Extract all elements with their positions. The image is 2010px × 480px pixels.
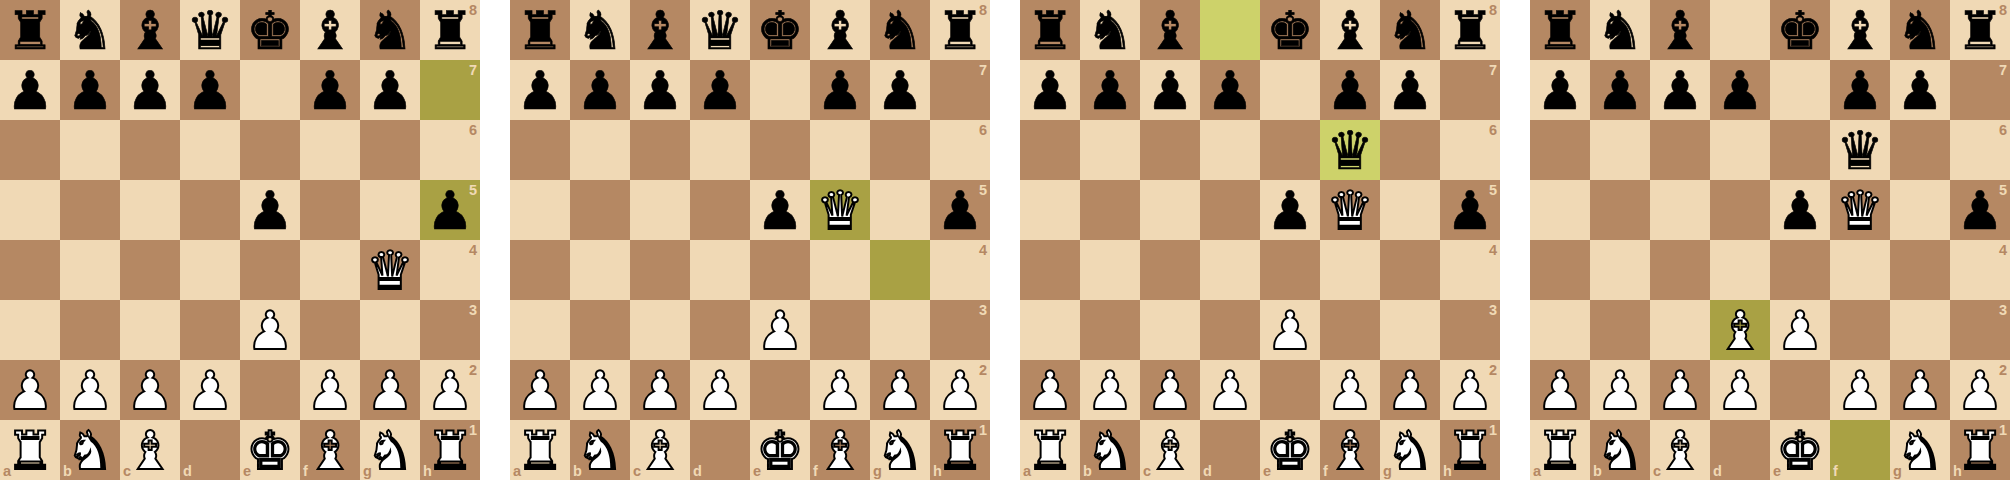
file-label-a: a: [1533, 464, 1541, 479]
square-a7: ♟: [1530, 60, 1590, 120]
square-d8: ♛: [180, 0, 240, 60]
square-b1: ♞b: [60, 420, 120, 480]
white-king: ♚: [1266, 424, 1314, 477]
square-d1: d: [690, 420, 750, 480]
black-pawn: ♟: [366, 64, 414, 117]
square-e1: ♚e: [240, 420, 300, 480]
rank-label-1: 1: [979, 423, 987, 438]
rank-label-1: 1: [1489, 423, 1497, 438]
white-king: ♚: [246, 424, 294, 477]
square-a1: ♜a: [510, 420, 570, 480]
file-label-e: e: [1263, 464, 1271, 479]
square-h2: ♟2: [930, 360, 990, 420]
square-c6: [120, 120, 180, 180]
chess-board-3: ♜♞♝♚♝♞♜8♟♟♟♟♟♟7♛6♟♛♟54♟3♟♟♟♟♟♟♟2♜a♞b♝cd♚…: [1020, 0, 1500, 480]
file-label-d: d: [693, 464, 702, 479]
square-f6: [810, 120, 870, 180]
rank-label-2: 2: [979, 363, 987, 378]
black-pawn: ♟: [1776, 184, 1824, 237]
rank-label-2: 2: [469, 363, 477, 378]
white-knight: ♞: [366, 424, 414, 477]
square-b8: ♞: [1590, 0, 1650, 60]
white-queen: ♛: [1836, 184, 1884, 237]
black-pawn: ♟: [1446, 184, 1494, 237]
black-rook: ♜: [516, 4, 564, 57]
black-pawn: ♟: [1026, 64, 1074, 117]
square-f4: [810, 240, 870, 300]
square-a4: [510, 240, 570, 300]
square-f8: ♝: [1830, 0, 1890, 60]
rank-label-4: 4: [469, 243, 477, 258]
file-label-e: e: [243, 464, 251, 479]
rank-label-5: 5: [1999, 183, 2007, 198]
black-rook: ♜: [1536, 4, 1584, 57]
black-pawn: ♟: [696, 64, 744, 117]
square-c4: [1650, 240, 1710, 300]
black-queen: ♛: [696, 4, 744, 57]
square-d8: [1710, 0, 1770, 60]
square-a1: ♜a: [0, 420, 60, 480]
square-b3: [1590, 300, 1650, 360]
black-bishop: ♝: [1656, 4, 1704, 57]
white-pawn: ♟: [1536, 364, 1584, 417]
black-rook: ♜: [1026, 4, 1074, 57]
rank-label-8: 8: [469, 3, 477, 18]
square-a4: [1020, 240, 1080, 300]
square-e7: [1770, 60, 1830, 120]
square-f5: ♛: [1830, 180, 1890, 240]
file-label-c: c: [633, 464, 641, 479]
rank-label-8: 8: [1489, 3, 1497, 18]
square-b3: [1080, 300, 1140, 360]
square-e7: [1260, 60, 1320, 120]
square-g2: ♟: [1890, 360, 1950, 420]
square-h1: ♜h1: [1440, 420, 1500, 480]
white-pawn: ♟: [306, 364, 354, 417]
black-pawn: ♟: [876, 64, 924, 117]
square-f7: ♟: [300, 60, 360, 120]
square-e4: [240, 240, 300, 300]
square-f1: f: [1830, 420, 1890, 480]
square-e7: [750, 60, 810, 120]
black-rook: ♜: [936, 4, 984, 57]
square-f3: [810, 300, 870, 360]
square-h6: 6: [1950, 120, 2010, 180]
square-b8: ♞: [570, 0, 630, 60]
square-a3: [1020, 300, 1080, 360]
file-label-e: e: [753, 464, 761, 479]
square-c4: [1140, 240, 1200, 300]
black-pawn: ♟: [246, 184, 294, 237]
white-pawn: ♟: [1326, 364, 1374, 417]
square-h3: 3: [1440, 300, 1500, 360]
square-h3: 3: [420, 300, 480, 360]
file-label-a: a: [1023, 464, 1031, 479]
square-b6: [570, 120, 630, 180]
square-f7: ♟: [1320, 60, 1380, 120]
square-b7: ♟: [570, 60, 630, 120]
square-f7: ♟: [810, 60, 870, 120]
square-a5: [1020, 180, 1080, 240]
white-pawn: ♟: [1386, 364, 1434, 417]
black-pawn: ♟: [306, 64, 354, 117]
black-bishop: ♝: [1836, 4, 1884, 57]
square-d8: [1200, 0, 1260, 60]
white-knight: ♞: [1086, 424, 1134, 477]
black-pawn: ♟: [516, 64, 564, 117]
white-pawn: ♟: [1146, 364, 1194, 417]
square-d3: [1200, 300, 1260, 360]
square-b7: ♟: [1080, 60, 1140, 120]
square-h8: ♜8: [930, 0, 990, 60]
square-a1: ♜a: [1020, 420, 1080, 480]
square-g3: [870, 300, 930, 360]
square-c8: ♝: [1140, 0, 1200, 60]
square-c6: [630, 120, 690, 180]
square-g4: [1890, 240, 1950, 300]
square-g8: ♞: [870, 0, 930, 60]
square-h6: 6: [1440, 120, 1500, 180]
white-pawn: ♟: [126, 364, 174, 417]
black-queen: ♛: [1326, 124, 1374, 177]
square-e3: ♟: [240, 300, 300, 360]
square-a3: [1530, 300, 1590, 360]
square-c6: [1650, 120, 1710, 180]
square-g6: [1890, 120, 1950, 180]
black-pawn: ♟: [1266, 184, 1314, 237]
black-rook: ♜: [426, 4, 474, 57]
black-bishop: ♝: [816, 4, 864, 57]
square-b5: [1080, 180, 1140, 240]
square-a8: ♜: [0, 0, 60, 60]
white-rook: ♜: [1026, 424, 1074, 477]
square-f4: [300, 240, 360, 300]
square-g3: [1380, 300, 1440, 360]
square-a2: ♟: [1020, 360, 1080, 420]
file-label-h: h: [1953, 464, 1962, 479]
square-d1: d: [1200, 420, 1260, 480]
square-a1: ♜a: [1530, 420, 1590, 480]
square-e3: ♟: [1260, 300, 1320, 360]
rank-label-3: 3: [1999, 303, 2007, 318]
white-pawn: ♟: [1266, 304, 1314, 357]
square-b4: [570, 240, 630, 300]
black-pawn: ♟: [816, 64, 864, 117]
rank-label-3: 3: [469, 303, 477, 318]
square-f5: ♛: [1320, 180, 1380, 240]
square-g3: [360, 300, 420, 360]
file-label-b: b: [1593, 464, 1602, 479]
square-b3: [60, 300, 120, 360]
square-b2: ♟: [60, 360, 120, 420]
square-g1: ♞g: [1890, 420, 1950, 480]
square-b2: ♟: [1590, 360, 1650, 420]
square-f3: [1320, 300, 1380, 360]
square-g6: [360, 120, 420, 180]
square-a6: [1020, 120, 1080, 180]
square-d6: [1200, 120, 1260, 180]
file-label-g: g: [1893, 464, 1902, 479]
rank-label-1: 1: [1999, 423, 2007, 438]
square-d4: [1200, 240, 1260, 300]
square-c1: ♝c: [630, 420, 690, 480]
square-g5: [1380, 180, 1440, 240]
square-e2: [1260, 360, 1320, 420]
black-pawn: ♟: [1536, 64, 1584, 117]
square-e6: [1260, 120, 1320, 180]
white-king: ♚: [1776, 424, 1824, 477]
square-b2: ♟: [570, 360, 630, 420]
square-h4: 4: [1440, 240, 1500, 300]
square-e1: ♚e: [1260, 420, 1320, 480]
white-knight: ♞: [66, 424, 114, 477]
file-label-h: h: [423, 464, 432, 479]
black-rook: ♜: [6, 4, 54, 57]
square-a2: ♟: [0, 360, 60, 420]
square-f5: ♛: [810, 180, 870, 240]
square-f8: ♝: [300, 0, 360, 60]
square-g8: ♞: [1380, 0, 1440, 60]
square-b4: [60, 240, 120, 300]
rank-label-5: 5: [1489, 183, 1497, 198]
square-f2: ♟: [810, 360, 870, 420]
square-c6: [1140, 120, 1200, 180]
square-c3: [630, 300, 690, 360]
square-f4: [1830, 240, 1890, 300]
square-f8: ♝: [1320, 0, 1380, 60]
white-pawn: ♟: [1086, 364, 1134, 417]
rank-label-7: 7: [979, 63, 987, 78]
square-d4: [1710, 240, 1770, 300]
white-bishop: ♝: [126, 424, 174, 477]
white-knight: ♞: [1386, 424, 1434, 477]
square-h8: ♜8: [420, 0, 480, 60]
rank-label-4: 4: [1999, 243, 2007, 258]
white-queen: ♛: [816, 184, 864, 237]
square-g8: ♞: [360, 0, 420, 60]
square-g8: ♞: [1890, 0, 1950, 60]
rank-label-6: 6: [469, 123, 477, 138]
square-a6: [0, 120, 60, 180]
square-e5: ♟: [1260, 180, 1320, 240]
white-pawn: ♟: [1206, 364, 1254, 417]
white-pawn: ♟: [636, 364, 684, 417]
black-knight: ♞: [1896, 4, 1944, 57]
square-f2: ♟: [1830, 360, 1890, 420]
square-b3: [570, 300, 630, 360]
square-g7: ♟: [870, 60, 930, 120]
square-f1: ♝f: [300, 420, 360, 480]
file-label-c: c: [123, 464, 131, 479]
square-a4: [1530, 240, 1590, 300]
white-pawn: ♟: [1656, 364, 1704, 417]
square-d7: ♟: [690, 60, 750, 120]
square-e8: ♚: [240, 0, 300, 60]
file-label-h: h: [1443, 464, 1452, 479]
rank-label-3: 3: [1489, 303, 1497, 318]
square-c8: ♝: [1650, 0, 1710, 60]
square-g3: [1890, 300, 1950, 360]
black-pawn: ♟: [126, 64, 174, 117]
white-bishop: ♝: [1146, 424, 1194, 477]
square-b1: ♞b: [1080, 420, 1140, 480]
white-bishop: ♝: [1326, 424, 1374, 477]
square-h8: ♜8: [1440, 0, 1500, 60]
square-b5: [1590, 180, 1650, 240]
square-d7: ♟: [180, 60, 240, 120]
black-pawn: ♟: [1836, 64, 1884, 117]
black-knight: ♞: [1386, 4, 1434, 57]
black-knight: ♞: [576, 4, 624, 57]
square-d1: d: [180, 420, 240, 480]
square-c7: ♟: [120, 60, 180, 120]
square-a6: [510, 120, 570, 180]
square-a3: [510, 300, 570, 360]
square-b6: [60, 120, 120, 180]
black-knight: ♞: [1086, 4, 1134, 57]
square-h5: ♟5: [930, 180, 990, 240]
square-a3: [0, 300, 60, 360]
square-f5: [300, 180, 360, 240]
square-b6: [1080, 120, 1140, 180]
black-pawn: ♟: [1716, 64, 1764, 117]
file-label-c: c: [1143, 464, 1151, 479]
black-knight: ♞: [366, 4, 414, 57]
white-pawn: ♟: [66, 364, 114, 417]
black-pawn: ♟: [1326, 64, 1374, 117]
file-label-b: b: [1083, 464, 1092, 479]
square-d2: ♟: [690, 360, 750, 420]
file-label-f: f: [303, 464, 308, 479]
square-h1: ♜h1: [930, 420, 990, 480]
square-h7: 7: [420, 60, 480, 120]
square-h7: 7: [1950, 60, 2010, 120]
black-pawn: ♟: [1896, 64, 1944, 117]
white-rook: ♜: [1956, 424, 2004, 477]
square-a8: ♜: [1020, 0, 1080, 60]
white-knight: ♞: [1596, 424, 1644, 477]
white-pawn: ♟: [1776, 304, 1824, 357]
square-b5: [570, 180, 630, 240]
black-bishop: ♝: [1326, 4, 1374, 57]
square-e4: [750, 240, 810, 300]
rank-label-4: 4: [979, 243, 987, 258]
square-f3: [1830, 300, 1890, 360]
square-e5: ♟: [750, 180, 810, 240]
white-pawn: ♟: [936, 364, 984, 417]
square-c3: [1140, 300, 1200, 360]
black-pawn: ♟: [1956, 184, 2004, 237]
black-bishop: ♝: [636, 4, 684, 57]
square-g7: ♟: [1890, 60, 1950, 120]
square-c7: ♟: [1140, 60, 1200, 120]
square-a2: ♟: [510, 360, 570, 420]
square-g7: ♟: [360, 60, 420, 120]
square-c2: ♟: [1650, 360, 1710, 420]
square-d4: [180, 240, 240, 300]
square-c5: [120, 180, 180, 240]
file-label-g: g: [1383, 464, 1392, 479]
square-c5: [1140, 180, 1200, 240]
black-pawn: ♟: [1146, 64, 1194, 117]
square-f6: ♛: [1320, 120, 1380, 180]
square-g2: ♟: [360, 360, 420, 420]
black-bishop: ♝: [126, 4, 174, 57]
square-f6: [300, 120, 360, 180]
square-a6: [1530, 120, 1590, 180]
rank-label-2: 2: [1489, 363, 1497, 378]
square-f4: [1320, 240, 1380, 300]
black-knight: ♞: [1596, 4, 1644, 57]
square-g7: ♟: [1380, 60, 1440, 120]
square-c2: ♟: [1140, 360, 1200, 420]
square-b1: ♞b: [1590, 420, 1650, 480]
square-e3: ♟: [750, 300, 810, 360]
black-pawn: ♟: [1086, 64, 1134, 117]
white-pawn: ♟: [1446, 364, 1494, 417]
white-pawn: ♟: [876, 364, 924, 417]
square-a8: ♜: [510, 0, 570, 60]
file-label-f: f: [1833, 464, 1838, 479]
square-d5: [180, 180, 240, 240]
rank-label-6: 6: [1489, 123, 1497, 138]
square-c4: [120, 240, 180, 300]
black-pawn: ♟: [576, 64, 624, 117]
square-g1: ♞g: [1380, 420, 1440, 480]
square-d6: [690, 120, 750, 180]
square-a2: ♟: [1530, 360, 1590, 420]
square-c1: ♝c: [1140, 420, 1200, 480]
square-e2: [750, 360, 810, 420]
square-h3: 3: [930, 300, 990, 360]
square-g2: ♟: [1380, 360, 1440, 420]
square-h4: 4: [1950, 240, 2010, 300]
square-e1: ♚e: [750, 420, 810, 480]
chess-board-1: ♜♞♝♛♚♝♞♜8♟♟♟♟♟♟76♟♟5♛4♟3♟♟♟♟♟♟♟2♜a♞b♝cd♚…: [0, 0, 480, 480]
square-d5: [1710, 180, 1770, 240]
square-b2: ♟: [1080, 360, 1140, 420]
white-pawn: ♟: [816, 364, 864, 417]
square-a7: ♟: [510, 60, 570, 120]
black-king: ♚: [1776, 4, 1824, 57]
square-c7: ♟: [1650, 60, 1710, 120]
rank-label-8: 8: [1999, 3, 2007, 18]
white-bishop: ♝: [636, 424, 684, 477]
white-bishop: ♝: [816, 424, 864, 477]
square-b7: ♟: [60, 60, 120, 120]
file-label-g: g: [363, 464, 372, 479]
white-knight: ♞: [876, 424, 924, 477]
white-rook: ♜: [1536, 424, 1584, 477]
square-e2: [1770, 360, 1830, 420]
square-e8: ♚: [1770, 0, 1830, 60]
rank-label-6: 6: [1999, 123, 2007, 138]
square-a5: [510, 180, 570, 240]
square-d2: ♟: [1710, 360, 1770, 420]
square-a8: ♜: [1530, 0, 1590, 60]
square-a5: [1530, 180, 1590, 240]
square-h7: 7: [1440, 60, 1500, 120]
square-d2: ♟: [180, 360, 240, 420]
file-label-g: g: [873, 464, 882, 479]
square-c2: ♟: [630, 360, 690, 420]
rank-label-7: 7: [1999, 63, 2007, 78]
square-h1: ♜h1: [1950, 420, 2010, 480]
file-label-d: d: [183, 464, 192, 479]
white-rook: ♜: [1446, 424, 1494, 477]
square-d3: [690, 300, 750, 360]
square-f8: ♝: [810, 0, 870, 60]
